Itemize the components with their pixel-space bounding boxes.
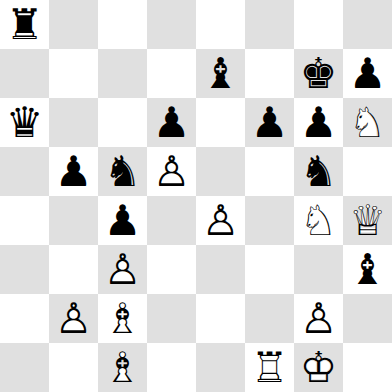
square-d6[interactable]: ♟	[147, 98, 196, 147]
white-pawn-piece[interactable]: ♟♙	[98, 245, 147, 294]
square-e6[interactable]	[196, 98, 245, 147]
square-h1[interactable]	[343, 343, 392, 392]
square-a3[interactable]	[0, 245, 49, 294]
black-queen-piece[interactable]: ♛	[0, 98, 49, 147]
square-f5[interactable]	[245, 147, 294, 196]
square-c2[interactable]: ♝♗	[98, 294, 147, 343]
square-b4[interactable]	[49, 196, 98, 245]
square-f7[interactable]	[245, 49, 294, 98]
white-queen-piece[interactable]: ♛♕	[343, 196, 392, 245]
white-pawn-glyph: ♙	[147, 147, 196, 196]
square-d1[interactable]	[147, 343, 196, 392]
black-bishop-piece[interactable]: ♝	[196, 49, 245, 98]
square-h6[interactable]: ♞♘	[343, 98, 392, 147]
square-c5[interactable]: ♞	[98, 147, 147, 196]
square-a1[interactable]	[0, 343, 49, 392]
white-knight-glyph: ♘	[343, 98, 392, 147]
square-b5[interactable]: ♟	[49, 147, 98, 196]
white-rook-glyph: ♖	[245, 343, 294, 392]
white-bishop-piece[interactable]: ♝♗	[98, 294, 147, 343]
black-pawn-piece[interactable]: ♟	[245, 98, 294, 147]
square-g3[interactable]	[294, 245, 343, 294]
square-c8[interactable]	[98, 0, 147, 49]
square-c6[interactable]	[98, 98, 147, 147]
square-e5[interactable]	[196, 147, 245, 196]
white-king-glyph: ♔	[294, 343, 343, 392]
white-bishop-glyph: ♗	[98, 294, 147, 343]
square-e4[interactable]: ♟♙	[196, 196, 245, 245]
black-knight-piece[interactable]: ♞	[98, 147, 147, 196]
square-h4[interactable]: ♛♕	[343, 196, 392, 245]
square-d5[interactable]: ♟♙	[147, 147, 196, 196]
square-g5[interactable]: ♞	[294, 147, 343, 196]
square-e2[interactable]	[196, 294, 245, 343]
white-pawn-glyph: ♙	[49, 294, 98, 343]
square-b7[interactable]	[49, 49, 98, 98]
square-b2[interactable]: ♟♙	[49, 294, 98, 343]
square-a4[interactable]	[0, 196, 49, 245]
square-d7[interactable]	[147, 49, 196, 98]
chess-board: ♜♝♚♟♛♟♟♟♞♘♟♞♟♙♞♟♟♙♞♘♛♕♟♙♝♟♙♝♗♟♙♝♗♜♖♚♔	[0, 0, 392, 392]
square-d3[interactable]	[147, 245, 196, 294]
square-h2[interactable]	[343, 294, 392, 343]
black-pawn-piece[interactable]: ♟	[294, 98, 343, 147]
square-a7[interactable]	[0, 49, 49, 98]
white-knight-piece[interactable]: ♞♘	[343, 98, 392, 147]
square-h7[interactable]: ♟	[343, 49, 392, 98]
square-g6[interactable]: ♟	[294, 98, 343, 147]
black-knight-piece[interactable]: ♞	[294, 147, 343, 196]
white-knight-piece[interactable]: ♞♘	[294, 196, 343, 245]
square-c3[interactable]: ♟♙	[98, 245, 147, 294]
square-f3[interactable]	[245, 245, 294, 294]
square-f4[interactable]	[245, 196, 294, 245]
square-g2[interactable]: ♟♙	[294, 294, 343, 343]
square-b6[interactable]	[49, 98, 98, 147]
white-rook-piece[interactable]: ♜♖	[245, 343, 294, 392]
white-bishop-glyph: ♗	[98, 343, 147, 392]
square-e7[interactable]: ♝	[196, 49, 245, 98]
square-f1[interactable]: ♜♖	[245, 343, 294, 392]
square-g1[interactable]: ♚♔	[294, 343, 343, 392]
black-pawn-piece[interactable]: ♟	[98, 196, 147, 245]
white-pawn-piece[interactable]: ♟♙	[49, 294, 98, 343]
square-c4[interactable]: ♟	[98, 196, 147, 245]
black-rook-piece[interactable]: ♜	[0, 0, 49, 49]
square-c1[interactable]: ♝♗	[98, 343, 147, 392]
black-pawn-piece[interactable]: ♟	[49, 147, 98, 196]
square-d8[interactable]	[147, 0, 196, 49]
black-king-piece[interactable]: ♚	[294, 49, 343, 98]
square-b3[interactable]	[49, 245, 98, 294]
black-pawn-piece[interactable]: ♟	[343, 49, 392, 98]
square-a8[interactable]: ♜	[0, 0, 49, 49]
square-g4[interactable]: ♞♘	[294, 196, 343, 245]
square-h8[interactable]	[343, 0, 392, 49]
black-bishop-piece[interactable]: ♝	[343, 245, 392, 294]
square-a6[interactable]: ♛	[0, 98, 49, 147]
square-b1[interactable]	[49, 343, 98, 392]
white-king-piece[interactable]: ♚♔	[294, 343, 343, 392]
square-d2[interactable]	[147, 294, 196, 343]
white-bishop-piece[interactable]: ♝♗	[98, 343, 147, 392]
white-pawn-glyph: ♙	[98, 245, 147, 294]
square-h3[interactable]: ♝	[343, 245, 392, 294]
white-pawn-piece[interactable]: ♟♙	[294, 294, 343, 343]
white-queen-glyph: ♕	[343, 196, 392, 245]
white-pawn-glyph: ♙	[196, 196, 245, 245]
square-g7[interactable]: ♚	[294, 49, 343, 98]
square-f8[interactable]	[245, 0, 294, 49]
square-h5[interactable]	[343, 147, 392, 196]
white-pawn-piece[interactable]: ♟♙	[147, 147, 196, 196]
square-f2[interactable]	[245, 294, 294, 343]
square-b8[interactable]	[49, 0, 98, 49]
square-f6[interactable]: ♟	[245, 98, 294, 147]
square-a2[interactable]	[0, 294, 49, 343]
square-g8[interactable]	[294, 0, 343, 49]
square-c7[interactable]	[98, 49, 147, 98]
square-e1[interactable]	[196, 343, 245, 392]
square-e8[interactable]	[196, 0, 245, 49]
square-e3[interactable]	[196, 245, 245, 294]
white-pawn-piece[interactable]: ♟♙	[196, 196, 245, 245]
white-pawn-glyph: ♙	[294, 294, 343, 343]
square-d4[interactable]	[147, 196, 196, 245]
black-pawn-piece[interactable]: ♟	[147, 98, 196, 147]
square-a5[interactable]	[0, 147, 49, 196]
white-knight-glyph: ♘	[294, 196, 343, 245]
